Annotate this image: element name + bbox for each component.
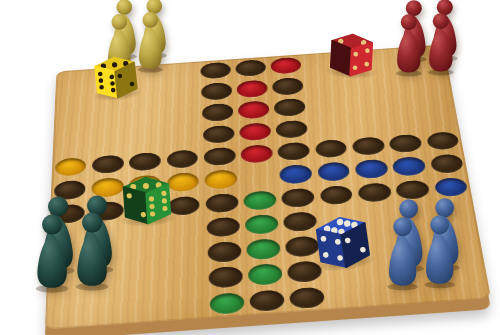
board-wood-cell	[90, 130, 127, 155]
blue-pawn[interactable]	[420, 214, 459, 289]
board-wood-cell	[346, 112, 386, 136]
board-wood-cell	[307, 93, 346, 117]
green-pawn[interactable]	[31, 213, 73, 294]
track-hole[interactable]	[426, 131, 460, 151]
blue-die[interactable]	[313, 213, 374, 274]
red-hole[interactable]	[241, 144, 273, 164]
board-cell	[205, 263, 246, 292]
board-wood-cell	[54, 111, 91, 135]
track-hole[interactable]	[281, 187, 315, 208]
board-wood-cell	[415, 85, 455, 109]
board-wood-cell	[127, 127, 164, 152]
board-wood-cell	[162, 82, 198, 105]
board-wood-cell	[163, 125, 200, 150]
track-hole[interactable]	[429, 154, 464, 174]
track-hole[interactable]	[203, 125, 235, 144]
track-hole[interactable]	[352, 136, 386, 156]
ludo-photo-stage	[0, 0, 500, 335]
board-cell	[351, 156, 392, 182]
track-hole[interactable]	[167, 149, 199, 169]
board-wood-cell	[379, 88, 419, 112]
blue-pawn[interactable]	[383, 216, 422, 291]
board-wood-cell	[343, 91, 382, 115]
board-wood-cell	[326, 280, 369, 309]
board-cell	[274, 139, 313, 164]
red-hole[interactable]	[271, 57, 302, 75]
track-hole[interactable]	[276, 120, 308, 139]
board-wood-cell	[126, 294, 167, 323]
yellow-die-cube	[92, 54, 140, 102]
board-wood-cell	[53, 132, 90, 157]
board-wood-cell	[127, 106, 164, 130]
track-hole[interactable]	[274, 98, 306, 117]
board-cell	[237, 142, 276, 167]
pawn-head	[112, 14, 128, 30]
track-hole[interactable]	[129, 152, 160, 172]
board-wood-cell	[309, 114, 348, 138]
board-wood-cell	[382, 109, 422, 133]
board-cell	[276, 161, 316, 187]
track-hole[interactable]	[249, 289, 284, 312]
pawn-head	[432, 13, 448, 29]
board-cell	[240, 187, 280, 213]
board-cell	[243, 235, 284, 263]
blue-hole[interactable]	[354, 159, 388, 179]
pawn-body	[397, 29, 420, 73]
pawn-head	[393, 217, 412, 236]
blue-die-cube	[313, 213, 374, 274]
board-cell	[246, 286, 288, 315]
track-hole[interactable]	[278, 142, 311, 162]
track-hole[interactable]	[272, 77, 304, 95]
track-hole[interactable]	[289, 286, 325, 309]
track-hole[interactable]	[389, 134, 423, 154]
red-pawn[interactable]	[424, 12, 458, 76]
track-hole[interactable]	[357, 182, 392, 203]
green-die[interactable]	[120, 174, 173, 227]
board-cell	[206, 289, 248, 318]
board-cell	[311, 136, 351, 161]
board-cell	[268, 54, 305, 77]
board-cell	[271, 96, 309, 120]
pawn-head	[42, 215, 62, 235]
board-cell	[203, 214, 243, 241]
green-hole[interactable]	[209, 292, 244, 315]
board-cell	[385, 131, 426, 156]
yellow-hole[interactable]	[167, 172, 199, 192]
green-hole[interactable]	[246, 238, 280, 260]
board-cell	[422, 129, 463, 154]
board-cell	[278, 185, 318, 211]
board-cell	[52, 154, 90, 179]
yellow-pawn[interactable]	[134, 11, 167, 73]
pawn-body	[389, 235, 416, 286]
green-hole[interactable]	[243, 190, 276, 211]
red-hole[interactable]	[237, 80, 268, 98]
pawn-head	[401, 14, 417, 30]
track-hole[interactable]	[235, 59, 266, 77]
board-wood-cell	[45, 300, 86, 329]
board-cell	[314, 159, 354, 185]
board-cell	[89, 152, 127, 177]
blue-yard	[383, 202, 465, 290]
red-pawn[interactable]	[392, 13, 426, 77]
track-hole[interactable]	[204, 147, 236, 167]
board-cell	[269, 75, 307, 98]
board-cell	[286, 283, 329, 312]
board-cell	[200, 144, 238, 169]
board-cell	[273, 117, 312, 142]
board-cell	[164, 147, 202, 172]
red-yard	[392, 2, 462, 72]
track-hole[interactable]	[208, 266, 242, 288]
blue-hole[interactable]	[279, 164, 312, 184]
board-cell	[232, 57, 269, 80]
board-wood-cell	[165, 241, 205, 269]
green-hole[interactable]	[248, 263, 283, 285]
board-cell	[389, 154, 430, 180]
board-cell	[126, 149, 163, 174]
board-wood-cell	[56, 69, 92, 92]
board-cell	[234, 77, 271, 100]
green-yard	[31, 199, 119, 287]
red-die[interactable]	[328, 32, 375, 79]
blue-hole[interactable]	[317, 162, 351, 182]
red-die-cube	[328, 32, 375, 79]
board-cell	[242, 211, 282, 238]
track-hole[interactable]	[319, 185, 353, 206]
board-cell	[197, 59, 233, 82]
track-hole[interactable]	[207, 241, 241, 263]
board-cell	[348, 134, 388, 159]
pawn-head	[142, 12, 158, 28]
yellow-die[interactable]	[92, 54, 140, 102]
board-cell	[316, 182, 357, 208]
board-cell	[199, 101, 236, 125]
board-cell	[201, 167, 240, 193]
green-hole[interactable]	[245, 214, 279, 235]
pawn-body	[139, 27, 162, 69]
yellow-hole[interactable]	[55, 157, 87, 177]
track-hole[interactable]	[206, 216, 239, 237]
board-cell	[236, 120, 274, 145]
green-pawn[interactable]	[71, 211, 113, 292]
yellow-hole[interactable]	[204, 169, 237, 189]
pawn-body	[426, 233, 453, 284]
blue-hole[interactable]	[433, 177, 468, 198]
board-wood-cell	[90, 108, 127, 132]
green-die-cube	[120, 174, 173, 227]
board-cell	[245, 260, 287, 289]
pawn-body	[37, 233, 66, 288]
board-wood-cell	[239, 164, 278, 190]
track-hole[interactable]	[201, 82, 232, 100]
track-hole[interactable]	[202, 103, 233, 122]
pawn-body	[429, 28, 452, 72]
board-cell	[426, 151, 468, 177]
board-wood-cell	[166, 292, 207, 321]
red-hole[interactable]	[239, 122, 271, 141]
board-wood-cell	[163, 103, 200, 127]
pawn-head	[82, 213, 102, 233]
track-hole[interactable]	[200, 62, 231, 80]
track-hole[interactable]	[92, 155, 123, 175]
pawn-head	[430, 216, 449, 235]
board-cell	[198, 80, 235, 103]
pawn-body	[77, 231, 106, 286]
board-wood-cell	[55, 90, 92, 114]
board-cell	[235, 98, 273, 122]
blue-hole[interactable]	[392, 156, 426, 176]
board-cell	[200, 122, 238, 147]
board-cell	[202, 190, 241, 216]
track-hole[interactable]	[205, 193, 238, 214]
board-wood-cell	[126, 243, 165, 271]
board-wood-cell	[126, 269, 166, 298]
board-wood-cell	[166, 266, 206, 295]
red-hole[interactable]	[238, 101, 270, 120]
board-wood-cell	[419, 107, 460, 131]
track-hole[interactable]	[315, 139, 348, 159]
board-wood-cell	[85, 297, 126, 326]
board-cell	[204, 238, 244, 266]
